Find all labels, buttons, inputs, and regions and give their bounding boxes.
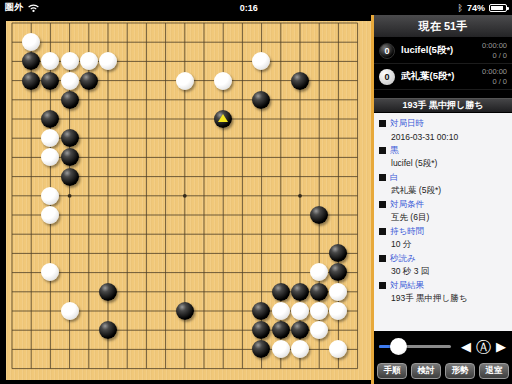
white-stone[interactable]: [60, 52, 79, 71]
white-stone[interactable]: [98, 52, 117, 71]
current-move-header: 現在 51手: [374, 15, 512, 38]
review-button[interactable]: 検討: [411, 363, 441, 379]
white-stone[interactable]: [41, 186, 60, 205]
goban-grid[interactable]: [2, 13, 367, 378]
white-stone[interactable]: [213, 71, 232, 90]
square-bullet-icon: [379, 228, 386, 235]
battery-percent: 74%: [467, 3, 485, 13]
move-slider-thumb[interactable]: [390, 338, 407, 355]
black-player-name: lucifel(5段*): [401, 44, 476, 57]
moves-button[interactable]: 手順: [377, 363, 407, 379]
white-stone[interactable]: [60, 301, 79, 320]
last-move-marker-icon: [218, 114, 228, 122]
white-stone[interactable]: [309, 301, 328, 320]
white-stone[interactable]: [271, 301, 290, 320]
white-stone[interactable]: [79, 52, 98, 71]
goban[interactable]: [0, 15, 371, 384]
wifi-icon: [27, 3, 40, 13]
black-stone[interactable]: [309, 205, 328, 224]
black-player-times: 0:00:00 0 / 0: [482, 41, 507, 60]
carrier-label: 圏外: [5, 1, 23, 14]
black-stone[interactable]: [60, 90, 79, 109]
black-stone[interactable]: [290, 320, 309, 339]
sidebar: 現在 51手 0 lucifel(5段*) 0:00:00 0 / 0 0 武礼…: [371, 15, 512, 384]
white-stone[interactable]: [329, 340, 348, 359]
black-stone[interactable]: [290, 71, 309, 90]
black-stone[interactable]: [252, 340, 271, 359]
black-stone[interactable]: [60, 148, 79, 167]
square-bullet-icon: [379, 201, 386, 208]
black-stone[interactable]: [98, 282, 117, 301]
leave-room-button[interactable]: 退室: [479, 363, 509, 379]
white-stone[interactable]: [41, 52, 60, 71]
white-stone[interactable]: [290, 340, 309, 359]
info-item-black: 黒 lucifel (5段*): [379, 144, 507, 170]
square-bullet-icon: [379, 174, 386, 181]
square-bullet-icon: [379, 120, 386, 127]
score-estimate-button[interactable]: 形勢: [445, 363, 475, 379]
player-row-white: 0 武礼葉(5段*) 0:00:00 0 / 0: [374, 64, 512, 90]
white-stone[interactable]: [252, 52, 271, 71]
info-item-white: 白 武礼葉 (5段*): [379, 171, 507, 197]
clock-label: 0:16: [240, 3, 258, 13]
white-stone[interactable]: [41, 129, 60, 148]
black-stone[interactable]: [252, 301, 271, 320]
black-stone[interactable]: [60, 129, 79, 148]
white-stone[interactable]: [309, 320, 328, 339]
square-bullet-icon: [379, 147, 386, 154]
square-bullet-icon: [379, 255, 386, 262]
replay-controls: ◀ Ⓐ ▶: [374, 331, 512, 361]
black-stone[interactable]: [329, 263, 348, 282]
white-stone[interactable]: [41, 148, 60, 167]
square-bullet-icon: [379, 282, 386, 289]
white-stone[interactable]: [175, 71, 194, 90]
white-stone[interactable]: [329, 282, 348, 301]
battery-icon: [489, 4, 507, 12]
info-item-result: 対局結果 193手 黒中押し勝ち: [379, 279, 507, 305]
result-bar: 193手 黒中押し勝ち: [374, 98, 512, 113]
white-stone[interactable]: [41, 263, 60, 282]
auto-play-button[interactable]: Ⓐ: [475, 339, 492, 354]
info-item-date: 対局日時 2016-03-31 00:10: [379, 117, 507, 143]
black-stone[interactable]: [213, 109, 232, 128]
white-player-name: 武礼葉(5段*): [401, 70, 476, 83]
white-stone[interactable]: [22, 33, 41, 52]
white-stone[interactable]: [271, 340, 290, 359]
black-stone[interactable]: [271, 320, 290, 339]
bottom-button-bar: 手順 検討 形勢 退室: [374, 361, 512, 384]
prev-move-button[interactable]: ◀: [460, 340, 472, 353]
black-stone[interactable]: [60, 167, 79, 186]
black-stone-icon: 0: [379, 43, 395, 59]
black-stone[interactable]: [175, 301, 194, 320]
black-stone[interactable]: [252, 90, 271, 109]
black-stone[interactable]: [22, 71, 41, 90]
white-stone[interactable]: [329, 301, 348, 320]
black-stone[interactable]: [41, 71, 60, 90]
black-stone[interactable]: [79, 71, 98, 90]
go-app-window: 圏外 0:16 ᛒ 74% 現在 51手 0 lucifel(5段*) 0:00…: [0, 0, 512, 384]
white-periods: 0 / 0: [492, 77, 507, 86]
white-stone-icon: 0: [379, 69, 395, 85]
bluetooth-icon: ᛒ: [458, 3, 463, 13]
black-stone[interactable]: [98, 320, 117, 339]
info-item-byoyomi: 秒読み 30 秒 3 回: [379, 252, 507, 278]
white-stone[interactable]: [41, 205, 60, 224]
info-item-conditions: 対局条件 互先 (6目): [379, 198, 507, 224]
next-move-button[interactable]: ▶: [495, 340, 507, 353]
white-stone[interactable]: [60, 71, 79, 90]
black-periods: 0 / 0: [492, 51, 507, 60]
move-slider[interactable]: [379, 338, 451, 355]
white-player-times: 0:00:00 0 / 0: [482, 67, 507, 86]
black-stone[interactable]: [329, 244, 348, 263]
game-info-panel: 対局日時 2016-03-31 00:10 黒 lucifel (5段*) 白 …: [374, 113, 512, 331]
black-stone[interactable]: [41, 109, 60, 128]
white-time: 0:00:00: [482, 67, 507, 76]
black-stone[interactable]: [290, 282, 309, 301]
black-stone[interactable]: [309, 282, 328, 301]
player-row-black: 0 lucifel(5段*) 0:00:00 0 / 0: [374, 38, 512, 64]
black-time: 0:00:00: [482, 41, 507, 50]
white-stone[interactable]: [309, 263, 328, 282]
black-stone[interactable]: [22, 52, 41, 71]
white-stone[interactable]: [290, 301, 309, 320]
info-item-main-time: 持ち時間 10 分: [379, 225, 507, 251]
black-stone[interactable]: [271, 282, 290, 301]
black-stone[interactable]: [252, 320, 271, 339]
